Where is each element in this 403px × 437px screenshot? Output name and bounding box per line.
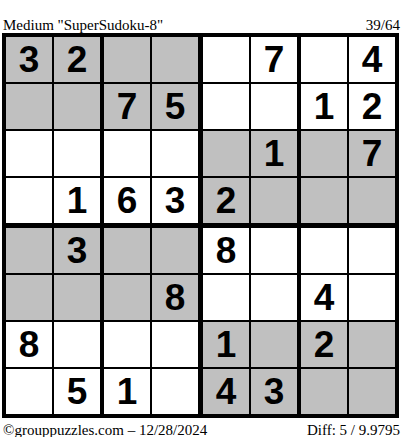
cell-r2c4: 5: [152, 84, 203, 131]
sudoku-board: 3274751217163238848125143: [2, 33, 399, 418]
cell-r7c5: 1: [203, 322, 251, 369]
cell-r4c3: 6: [104, 178, 152, 228]
cell-r4c2: 1: [54, 178, 104, 228]
cell-r2c8: 2: [349, 84, 395, 131]
cell-r2c3: 7: [104, 84, 152, 131]
cell-r8c3: 1: [104, 369, 152, 414]
cell-r8c8[interactable]: [349, 369, 395, 414]
cell-r1c1: 3: [6, 37, 54, 84]
cell-r1c3[interactable]: [104, 37, 152, 84]
cell-r7c3[interactable]: [104, 322, 152, 369]
cell-r6c1[interactable]: [6, 275, 54, 322]
cell-r2c7: 1: [301, 84, 349, 131]
cell-r7c1: 8: [6, 322, 54, 369]
cell-r5c3[interactable]: [104, 228, 152, 275]
cell-r6c5[interactable]: [203, 275, 251, 322]
cell-r3c3[interactable]: [104, 131, 152, 178]
cell-r8c7[interactable]: [301, 369, 349, 414]
cell-r5c5: 8: [203, 228, 251, 275]
cell-r4c8[interactable]: [349, 178, 395, 228]
cell-r1c4[interactable]: [152, 37, 203, 84]
puzzle-title: Medium "SuperSudoku-8": [3, 18, 163, 33]
cell-r3c6: 1: [251, 131, 301, 178]
cell-r2c2[interactable]: [54, 84, 104, 131]
cell-r6c3[interactable]: [104, 275, 152, 322]
cell-r7c8[interactable]: [349, 322, 395, 369]
difficulty: Diff: 5 / 9.9795: [307, 422, 400, 437]
cell-r6c6[interactable]: [251, 275, 301, 322]
cell-r6c7: 4: [301, 275, 349, 322]
cell-r4c1[interactable]: [6, 178, 54, 228]
cell-r5c8[interactable]: [349, 228, 395, 275]
cell-r2c5[interactable]: [203, 84, 251, 131]
cell-r1c6: 7: [251, 37, 301, 84]
page: Medium "SuperSudoku-8" 39/64 32747512171…: [0, 0, 403, 437]
cell-r2c6[interactable]: [251, 84, 301, 131]
cell-r6c8[interactable]: [349, 275, 395, 322]
cell-r4c5: 2: [203, 178, 251, 228]
cell-r3c4[interactable]: [152, 131, 203, 178]
cell-r1c5[interactable]: [203, 37, 251, 84]
cell-r6c4: 8: [152, 275, 203, 322]
cell-r5c2: 3: [54, 228, 104, 275]
cell-r3c8: 7: [349, 131, 395, 178]
cell-r2c1[interactable]: [6, 84, 54, 131]
cell-r7c4[interactable]: [152, 322, 203, 369]
cells-remaining-counter: 39/64: [366, 18, 400, 33]
cell-r1c7[interactable]: [301, 37, 349, 84]
cell-r7c2[interactable]: [54, 322, 104, 369]
cell-r8c4[interactable]: [152, 369, 203, 414]
cell-r8c5: 4: [203, 369, 251, 414]
cell-r3c1[interactable]: [6, 131, 54, 178]
cell-r7c7: 2: [301, 322, 349, 369]
cell-r7c6[interactable]: [251, 322, 301, 369]
cell-r8c2: 5: [54, 369, 104, 414]
cell-r6c2[interactable]: [54, 275, 104, 322]
header: Medium "SuperSudoku-8" 39/64: [2, 0, 401, 33]
cell-r3c2[interactable]: [54, 131, 104, 178]
cell-r3c5[interactable]: [203, 131, 251, 178]
cell-r1c2: 2: [54, 37, 104, 84]
cell-r5c4[interactable]: [152, 228, 203, 275]
cell-r5c7[interactable]: [301, 228, 349, 275]
cell-r5c6[interactable]: [251, 228, 301, 275]
cell-r4c4: 3: [152, 178, 203, 228]
copyright: ©grouppuzzles.com – 12/28/2024: [3, 422, 207, 437]
cell-r4c6[interactable]: [251, 178, 301, 228]
cell-r8c1[interactable]: [6, 369, 54, 414]
footer: ©grouppuzzles.com – 12/28/2024 Diff: 5 /…: [2, 418, 401, 437]
cell-r5c1[interactable]: [6, 228, 54, 275]
cell-r1c8: 4: [349, 37, 395, 84]
cell-r3c7[interactable]: [301, 131, 349, 178]
cell-r4c7[interactable]: [301, 178, 349, 228]
cell-r8c6: 3: [251, 369, 301, 414]
